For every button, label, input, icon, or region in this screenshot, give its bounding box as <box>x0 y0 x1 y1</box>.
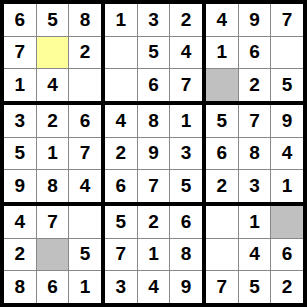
cell-r4c9[interactable]: 9 <box>271 105 303 137</box>
cell-r2c1[interactable]: 7 <box>4 37 36 69</box>
cell-r5c4[interactable]: 2 <box>105 138 137 170</box>
cell-r5c3[interactable]: 7 <box>69 138 101 170</box>
cell-r4c7[interactable]: 5 <box>206 105 238 137</box>
cell-r4c2[interactable]: 2 <box>37 105 69 137</box>
cell-r1c1[interactable]: 6 <box>4 4 36 36</box>
cell-r8c2[interactable] <box>37 239 69 271</box>
cell-r7c6[interactable]: 6 <box>170 206 202 238</box>
cell-r8c6[interactable]: 8 <box>170 239 202 271</box>
cell-r4c1[interactable]: 3 <box>4 105 36 137</box>
cell-r3c9[interactable]: 5 <box>271 69 303 101</box>
box-6: 579684231 <box>206 105 303 202</box>
cell-r9c4[interactable]: 3 <box>105 271 137 303</box>
cell-r2c4[interactable] <box>105 37 137 69</box>
cell-r1c7[interactable]: 4 <box>206 4 238 36</box>
cell-r6c8[interactable]: 3 <box>239 170 271 202</box>
box-8: 526718349 <box>105 206 202 303</box>
cell-r3c7[interactable] <box>206 69 238 101</box>
cell-r1c9[interactable]: 7 <box>271 4 303 36</box>
box-5: 481293675 <box>105 105 202 202</box>
cell-r9c6[interactable]: 9 <box>170 271 202 303</box>
cell-r4c3[interactable]: 6 <box>69 105 101 137</box>
cell-r1c4[interactable]: 1 <box>105 4 137 36</box>
cell-r6c7[interactable]: 2 <box>206 170 238 202</box>
box-2: 1325467 <box>105 4 202 101</box>
cell-r9c2[interactable]: 6 <box>37 271 69 303</box>
cell-r8c5[interactable]: 1 <box>138 239 170 271</box>
cell-r6c5[interactable]: 7 <box>138 170 170 202</box>
cell-r8c3[interactable]: 5 <box>69 239 101 271</box>
cell-r4c4[interactable]: 4 <box>105 105 137 137</box>
cell-r7c5[interactable]: 2 <box>138 206 170 238</box>
cell-r1c8[interactable]: 9 <box>239 4 271 36</box>
cell-r5c5[interactable]: 9 <box>138 138 170 170</box>
cell-r8c4[interactable]: 7 <box>105 239 137 271</box>
cell-r3c5[interactable]: 6 <box>138 69 170 101</box>
cell-r3c1[interactable]: 1 <box>4 69 36 101</box>
cell-r6c6[interactable]: 5 <box>170 170 202 202</box>
cell-r9c3[interactable]: 1 <box>69 271 101 303</box>
box-4: 326517984 <box>4 105 101 202</box>
cell-r5c1[interactable]: 5 <box>4 138 36 170</box>
cell-r4c5[interactable]: 8 <box>138 105 170 137</box>
cell-r5c9[interactable]: 4 <box>271 138 303 170</box>
cell-r5c8[interactable]: 8 <box>239 138 271 170</box>
cell-r2c5[interactable]: 5 <box>138 37 170 69</box>
cell-r7c1[interactable]: 4 <box>4 206 36 238</box>
cell-r6c2[interactable]: 8 <box>37 170 69 202</box>
box-1: 6587214 <box>4 4 101 101</box>
cell-r3c2[interactable]: 4 <box>37 69 69 101</box>
cell-r7c8[interactable]: 1 <box>239 206 271 238</box>
cell-r3c8[interactable]: 2 <box>239 69 271 101</box>
cell-r8c7[interactable] <box>206 239 238 271</box>
cell-r5c7[interactable]: 6 <box>206 138 238 170</box>
cell-r6c1[interactable]: 9 <box>4 170 36 202</box>
cell-r2c7[interactable]: 1 <box>206 37 238 69</box>
cell-r1c3[interactable]: 8 <box>69 4 101 36</box>
cell-r2c9[interactable] <box>271 37 303 69</box>
cell-r2c6[interactable]: 4 <box>170 37 202 69</box>
cell-r7c7[interactable] <box>206 206 238 238</box>
cell-r7c3[interactable] <box>69 206 101 238</box>
sudoku-board: 6587214132546749716253265179844812936755… <box>0 0 307 307</box>
cell-r2c8[interactable]: 6 <box>239 37 271 69</box>
cell-r4c6[interactable]: 1 <box>170 105 202 137</box>
cell-r7c4[interactable]: 5 <box>105 206 137 238</box>
cell-r8c8[interactable]: 4 <box>239 239 271 271</box>
cell-r2c2[interactable] <box>37 37 69 69</box>
cell-r9c5[interactable]: 4 <box>138 271 170 303</box>
cell-r5c6[interactable]: 3 <box>170 138 202 170</box>
box-9: 146752 <box>206 206 303 303</box>
box-3: 4971625 <box>206 4 303 101</box>
cell-r3c4[interactable] <box>105 69 137 101</box>
cell-r3c3[interactable] <box>69 69 101 101</box>
cell-r8c1[interactable]: 2 <box>4 239 36 271</box>
cell-r6c9[interactable]: 1 <box>271 170 303 202</box>
cell-r2c3[interactable]: 2 <box>69 37 101 69</box>
cell-r9c7[interactable]: 7 <box>206 271 238 303</box>
cell-r7c2[interactable]: 7 <box>37 206 69 238</box>
cell-r8c9[interactable]: 6 <box>271 239 303 271</box>
cell-r4c8[interactable]: 7 <box>239 105 271 137</box>
cell-r1c5[interactable]: 3 <box>138 4 170 36</box>
cell-r9c9[interactable]: 2 <box>271 271 303 303</box>
cell-r6c4[interactable]: 6 <box>105 170 137 202</box>
cell-r7c9[interactable] <box>271 206 303 238</box>
cell-r5c2[interactable]: 1 <box>37 138 69 170</box>
cell-r9c1[interactable]: 8 <box>4 271 36 303</box>
box-7: 4725861 <box>4 206 101 303</box>
cell-r6c3[interactable]: 4 <box>69 170 101 202</box>
cell-r3c6[interactable]: 7 <box>170 69 202 101</box>
cell-r1c2[interactable]: 5 <box>37 4 69 36</box>
cell-r9c8[interactable]: 5 <box>239 271 271 303</box>
cell-r1c6[interactable]: 2 <box>170 4 202 36</box>
